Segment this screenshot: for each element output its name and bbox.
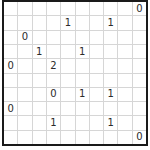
empty-cell-r2c4[interactable] xyxy=(61,31,74,44)
empty-cell-r6c6[interactable] xyxy=(90,88,103,101)
empty-cell-r8c2[interactable] xyxy=(33,116,46,129)
clue-cell-r4c0: 0 xyxy=(4,59,17,72)
empty-cell-r0c0[interactable] xyxy=(4,2,17,15)
empty-cell-r2c0[interactable] xyxy=(4,31,17,44)
empty-cell-r7c4[interactable] xyxy=(61,102,74,115)
clue-cell-r9c9: 0 xyxy=(133,131,146,144)
empty-cell-r4c4[interactable] xyxy=(61,59,74,72)
empty-cell-r2c5[interactable] xyxy=(76,31,89,44)
clue-cell-r4c3: 2 xyxy=(47,59,60,72)
clue-cell-r3c5: 1 xyxy=(76,45,89,58)
empty-cell-r1c3[interactable] xyxy=(47,16,60,29)
empty-cell-r1c9[interactable] xyxy=(133,16,146,29)
empty-cell-r3c9[interactable] xyxy=(133,45,146,58)
empty-cell-r3c4[interactable] xyxy=(61,45,74,58)
empty-cell-r6c8[interactable] xyxy=(118,88,131,101)
empty-cell-r7c5[interactable] xyxy=(76,102,89,115)
empty-cell-r4c9[interactable] xyxy=(133,59,146,72)
empty-cell-r5c2[interactable] xyxy=(33,74,46,87)
empty-cell-r7c6[interactable] xyxy=(90,102,103,115)
empty-cell-r4c6[interactable] xyxy=(90,59,103,72)
empty-cell-r9c7[interactable] xyxy=(104,131,117,144)
empty-cell-r5c0[interactable] xyxy=(4,74,17,87)
empty-cell-r5c7[interactable] xyxy=(104,74,117,87)
empty-cell-r3c3[interactable] xyxy=(47,45,60,58)
empty-cell-r3c0[interactable] xyxy=(4,45,17,58)
empty-cell-r2c2[interactable] xyxy=(33,31,46,44)
empty-cell-r4c1[interactable] xyxy=(18,59,31,72)
clue-cell-r1c4: 1 xyxy=(61,16,74,29)
empty-cell-r0c1[interactable] xyxy=(18,2,31,15)
empty-cell-r9c0[interactable] xyxy=(4,131,17,144)
empty-cell-r8c8[interactable] xyxy=(118,116,131,129)
empty-cell-r9c5[interactable] xyxy=(76,131,89,144)
clue-cell-r0c9: 0 xyxy=(133,2,146,15)
empty-cell-r0c5[interactable] xyxy=(76,2,89,15)
clue-cell-r8c3: 1 xyxy=(47,116,60,129)
empty-cell-r5c1[interactable] xyxy=(18,74,31,87)
empty-cell-r8c4[interactable] xyxy=(61,116,74,129)
empty-cell-r0c2[interactable] xyxy=(33,2,46,15)
empty-cell-r6c9[interactable] xyxy=(133,88,146,101)
empty-cell-r5c9[interactable] xyxy=(133,74,146,87)
empty-cell-r7c9[interactable] xyxy=(133,102,146,115)
empty-cell-r4c8[interactable] xyxy=(118,59,131,72)
empty-cell-r1c0[interactable] xyxy=(4,16,17,29)
empty-cell-r6c1[interactable] xyxy=(18,88,31,101)
empty-cell-r3c8[interactable] xyxy=(118,45,131,58)
empty-cell-r9c8[interactable] xyxy=(118,131,131,144)
empty-cell-r1c2[interactable] xyxy=(33,16,46,29)
empty-cell-r5c8[interactable] xyxy=(118,74,131,87)
empty-cell-r3c7[interactable] xyxy=(104,45,117,58)
empty-cell-r4c2[interactable] xyxy=(33,59,46,72)
empty-cell-r3c6[interactable] xyxy=(90,45,103,58)
empty-cell-r0c4[interactable] xyxy=(61,2,74,15)
clue-cell-r6c3: 0 xyxy=(47,88,60,101)
empty-cell-r2c9[interactable] xyxy=(133,31,146,44)
empty-cell-r7c7[interactable] xyxy=(104,102,117,115)
puzzle-board: 011011020110110 xyxy=(2,0,148,146)
empty-cell-r5c5[interactable] xyxy=(76,74,89,87)
empty-cell-r5c4[interactable] xyxy=(61,74,74,87)
clue-cell-r1c7: 1 xyxy=(104,16,117,29)
empty-cell-r0c3[interactable] xyxy=(47,2,60,15)
empty-cell-r1c8[interactable] xyxy=(118,16,131,29)
empty-cell-r9c1[interactable] xyxy=(18,131,31,144)
empty-cell-r1c5[interactable] xyxy=(76,16,89,29)
empty-cell-r2c7[interactable] xyxy=(104,31,117,44)
empty-cell-r9c3[interactable] xyxy=(47,131,60,144)
clue-cell-r2c1: 0 xyxy=(18,31,31,44)
clue-cell-r6c7: 1 xyxy=(104,88,117,101)
empty-cell-r7c2[interactable] xyxy=(33,102,46,115)
empty-cell-r3c1[interactable] xyxy=(18,45,31,58)
puzzle-board-wrapper: 011011020110110 xyxy=(2,0,148,146)
clue-cell-r7c0: 0 xyxy=(4,102,17,115)
empty-cell-r7c8[interactable] xyxy=(118,102,131,115)
empty-cell-r0c6[interactable] xyxy=(90,2,103,15)
empty-cell-r5c3[interactable] xyxy=(47,74,60,87)
empty-cell-r9c4[interactable] xyxy=(61,131,74,144)
empty-cell-r6c2[interactable] xyxy=(33,88,46,101)
empty-cell-r2c8[interactable] xyxy=(118,31,131,44)
empty-cell-r4c5[interactable] xyxy=(76,59,89,72)
empty-cell-r1c1[interactable] xyxy=(18,16,31,29)
empty-cell-r9c2[interactable] xyxy=(33,131,46,144)
empty-cell-r8c0[interactable] xyxy=(4,116,17,129)
empty-cell-r5c6[interactable] xyxy=(90,74,103,87)
empty-cell-r1c6[interactable] xyxy=(90,16,103,29)
empty-cell-r8c9[interactable] xyxy=(133,116,146,129)
empty-cell-r2c6[interactable] xyxy=(90,31,103,44)
empty-cell-r9c6[interactable] xyxy=(90,131,103,144)
empty-cell-r4c7[interactable] xyxy=(104,59,117,72)
empty-cell-r2c3[interactable] xyxy=(47,31,60,44)
clue-cell-r6c5: 1 xyxy=(76,88,89,101)
empty-cell-r8c5[interactable] xyxy=(76,116,89,129)
empty-cell-r7c3[interactable] xyxy=(47,102,60,115)
empty-cell-r0c7[interactable] xyxy=(104,2,117,15)
empty-cell-r6c4[interactable] xyxy=(61,88,74,101)
clue-cell-r3c2: 1 xyxy=(33,45,46,58)
empty-cell-r8c1[interactable] xyxy=(18,116,31,129)
empty-cell-r6c0[interactable] xyxy=(4,88,17,101)
empty-cell-r0c8[interactable] xyxy=(118,2,131,15)
empty-cell-r8c6[interactable] xyxy=(90,116,103,129)
clue-cell-r8c7: 1 xyxy=(104,116,117,129)
empty-cell-r7c1[interactable] xyxy=(18,102,31,115)
